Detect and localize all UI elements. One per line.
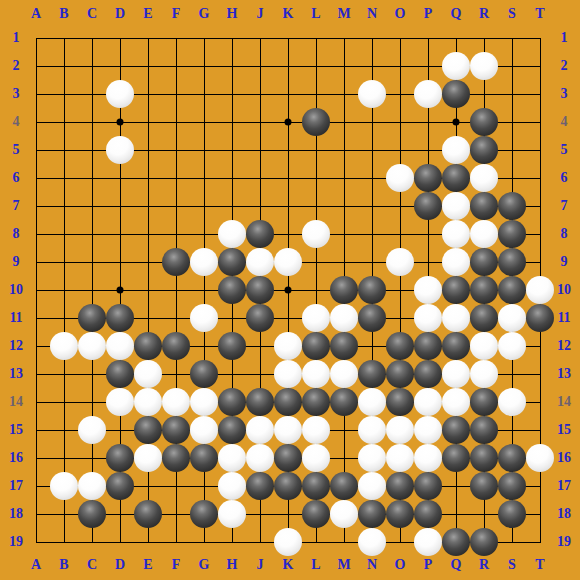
column-label-top: L [311, 6, 320, 22]
white-stone-f14 [162, 388, 190, 416]
black-stone-s9 [498, 248, 526, 276]
column-label-top: S [508, 6, 516, 22]
black-stone-l17 [302, 472, 330, 500]
row-label-right: 7 [561, 198, 568, 214]
row-label-right: 16 [557, 450, 571, 466]
white-stone-n14 [358, 388, 386, 416]
black-stone-f16 [162, 444, 190, 472]
black-stone-r4 [470, 108, 498, 136]
black-stone-f9 [162, 248, 190, 276]
row-label-right: 18 [557, 506, 571, 522]
column-label-top: P [424, 6, 433, 22]
black-stone-g13 [190, 360, 218, 388]
row-label-left: 5 [13, 142, 20, 158]
row-label-right: 10 [557, 282, 571, 298]
white-stone-o9 [386, 248, 414, 276]
black-stone-l14 [302, 388, 330, 416]
black-stone-r14 [470, 388, 498, 416]
black-stone-r15 [470, 416, 498, 444]
black-stone-k16 [274, 444, 302, 472]
row-label-right: 5 [561, 142, 568, 158]
star-point-k10 [285, 287, 292, 294]
black-stone-q6 [442, 164, 470, 192]
black-stone-m10 [330, 276, 358, 304]
column-label-top: K [283, 6, 294, 22]
black-stone-m12 [330, 332, 358, 360]
column-label-bottom: N [367, 557, 377, 573]
white-stone-l11 [302, 304, 330, 332]
white-stone-k9 [274, 248, 302, 276]
white-stone-d5 [106, 136, 134, 164]
row-label-right: 1 [561, 30, 568, 46]
column-label-bottom: G [199, 557, 210, 573]
column-label-top: R [479, 6, 489, 22]
black-stone-q15 [442, 416, 470, 444]
column-label-top: M [337, 6, 350, 22]
black-stone-o12 [386, 332, 414, 360]
white-stone-n15 [358, 416, 386, 444]
white-stone-p15 [414, 416, 442, 444]
black-stone-j8 [246, 220, 274, 248]
black-stone-r9 [470, 248, 498, 276]
white-stone-t16 [526, 444, 554, 472]
white-stone-q11 [442, 304, 470, 332]
black-stone-d13 [106, 360, 134, 388]
row-label-left: 7 [13, 198, 20, 214]
column-label-bottom: F [172, 557, 181, 573]
black-stone-n18 [358, 500, 386, 528]
column-label-bottom: C [87, 557, 97, 573]
column-label-top: G [199, 6, 210, 22]
white-stone-q9 [442, 248, 470, 276]
black-stone-p18 [414, 500, 442, 528]
white-stone-q5 [442, 136, 470, 164]
row-label-right: 15 [557, 422, 571, 438]
row-label-left: 9 [13, 254, 20, 270]
white-stone-n17 [358, 472, 386, 500]
column-label-bottom: Q [451, 557, 462, 573]
white-stone-s14 [498, 388, 526, 416]
white-stone-r6 [470, 164, 498, 192]
white-stone-j15 [246, 416, 274, 444]
black-stone-p7 [414, 192, 442, 220]
white-stone-e14 [134, 388, 162, 416]
black-stone-h12 [218, 332, 246, 360]
white-stone-e13 [134, 360, 162, 388]
row-label-left: 6 [13, 170, 20, 186]
star-point-q4 [453, 119, 460, 126]
column-label-bottom: R [479, 557, 489, 573]
row-label-right: 19 [557, 534, 571, 550]
row-label-left: 8 [13, 226, 20, 242]
white-stone-p16 [414, 444, 442, 472]
white-stone-p3 [414, 80, 442, 108]
black-stone-j11 [246, 304, 274, 332]
column-label-top: C [87, 6, 97, 22]
column-label-bottom: O [395, 557, 406, 573]
white-stone-k13 [274, 360, 302, 388]
column-label-top: D [115, 6, 125, 22]
white-stone-e16 [134, 444, 162, 472]
column-label-top: A [31, 6, 41, 22]
black-stone-p17 [414, 472, 442, 500]
white-stone-n19 [358, 528, 386, 556]
row-label-right: 17 [557, 478, 571, 494]
column-label-bottom: T [535, 557, 544, 573]
black-stone-p12 [414, 332, 442, 360]
column-label-top: Q [451, 6, 462, 22]
white-stone-p11 [414, 304, 442, 332]
white-stone-h17 [218, 472, 246, 500]
black-stone-q12 [442, 332, 470, 360]
black-stone-n11 [358, 304, 386, 332]
black-stone-p6 [414, 164, 442, 192]
black-stone-r10 [470, 276, 498, 304]
white-stone-c12 [78, 332, 106, 360]
black-stone-g16 [190, 444, 218, 472]
row-label-left: 1 [13, 30, 20, 46]
black-stone-s10 [498, 276, 526, 304]
white-stone-j9 [246, 248, 274, 276]
black-stone-c18 [78, 500, 106, 528]
row-label-left: 11 [9, 310, 22, 326]
black-stone-q19 [442, 528, 470, 556]
white-stone-l15 [302, 416, 330, 444]
black-stone-n13 [358, 360, 386, 388]
black-stone-c11 [78, 304, 106, 332]
black-stone-f12 [162, 332, 190, 360]
white-stone-l8 [302, 220, 330, 248]
black-stone-o17 [386, 472, 414, 500]
go-board: AABBCCDDEEFFGGHHJJKKLLMMNNOOPPQQRRSSTT11… [0, 0, 580, 580]
black-stone-l12 [302, 332, 330, 360]
row-label-right: 12 [557, 338, 571, 354]
row-label-left: 16 [9, 450, 23, 466]
black-stone-o13 [386, 360, 414, 388]
black-stone-t11 [526, 304, 554, 332]
star-point-k4 [285, 119, 292, 126]
white-stone-n3 [358, 80, 386, 108]
white-stone-j16 [246, 444, 274, 472]
black-stone-s16 [498, 444, 526, 472]
column-label-bottom: D [115, 557, 125, 573]
black-stone-q3 [442, 80, 470, 108]
black-stone-e15 [134, 416, 162, 444]
row-label-left: 18 [9, 506, 23, 522]
column-label-top: F [172, 6, 181, 22]
black-stone-o18 [386, 500, 414, 528]
black-stone-g18 [190, 500, 218, 528]
black-stone-k14 [274, 388, 302, 416]
column-label-bottom: J [257, 557, 264, 573]
white-stone-p10 [414, 276, 442, 304]
white-stone-g14 [190, 388, 218, 416]
white-stone-d3 [106, 80, 134, 108]
white-stone-l13 [302, 360, 330, 388]
row-label-left: 19 [9, 534, 23, 550]
black-stone-j10 [246, 276, 274, 304]
black-stone-s18 [498, 500, 526, 528]
row-label-right: 8 [561, 226, 568, 242]
black-stone-h14 [218, 388, 246, 416]
black-stone-e18 [134, 500, 162, 528]
white-stone-c17 [78, 472, 106, 500]
white-stone-p19 [414, 528, 442, 556]
row-label-right: 2 [561, 58, 568, 74]
white-stone-m11 [330, 304, 358, 332]
white-stone-d14 [106, 388, 134, 416]
row-label-right: 14 [557, 394, 571, 410]
row-label-left: 4 [13, 114, 20, 130]
row-label-left: 14 [9, 394, 23, 410]
column-label-top: B [59, 6, 68, 22]
row-label-right: 11 [557, 310, 570, 326]
row-label-right: 3 [561, 86, 568, 102]
white-stone-q2 [442, 52, 470, 80]
black-stone-n10 [358, 276, 386, 304]
white-stone-b17 [50, 472, 78, 500]
column-label-top: H [227, 6, 238, 22]
black-stone-l18 [302, 500, 330, 528]
white-stone-m18 [330, 500, 358, 528]
black-stone-s17 [498, 472, 526, 500]
black-stone-s8 [498, 220, 526, 248]
white-stone-o6 [386, 164, 414, 192]
white-stone-g9 [190, 248, 218, 276]
black-stone-j14 [246, 388, 274, 416]
column-label-top: O [395, 6, 406, 22]
white-stone-h8 [218, 220, 246, 248]
white-stone-p14 [414, 388, 442, 416]
white-stone-k12 [274, 332, 302, 360]
column-label-bottom: P [424, 557, 433, 573]
black-stone-j17 [246, 472, 274, 500]
column-label-bottom: S [508, 557, 516, 573]
column-label-top: N [367, 6, 377, 22]
white-stone-q13 [442, 360, 470, 388]
row-label-left: 12 [9, 338, 23, 354]
column-label-bottom: M [337, 557, 350, 573]
column-label-bottom: K [283, 557, 294, 573]
star-point-d10 [117, 287, 124, 294]
black-stone-d11 [106, 304, 134, 332]
black-stone-r19 [470, 528, 498, 556]
black-stone-p13 [414, 360, 442, 388]
black-stone-k17 [274, 472, 302, 500]
black-stone-m14 [330, 388, 358, 416]
white-stone-o15 [386, 416, 414, 444]
star-point-d4 [117, 119, 124, 126]
black-stone-h15 [218, 416, 246, 444]
white-stone-q8 [442, 220, 470, 248]
black-stone-s7 [498, 192, 526, 220]
white-stone-r12 [470, 332, 498, 360]
black-stone-q16 [442, 444, 470, 472]
row-label-left: 2 [13, 58, 20, 74]
column-label-bottom: B [59, 557, 68, 573]
row-label-left: 3 [13, 86, 20, 102]
black-stone-r17 [470, 472, 498, 500]
row-label-left: 13 [9, 366, 23, 382]
white-stone-l16 [302, 444, 330, 472]
black-stone-e12 [134, 332, 162, 360]
white-stone-d12 [106, 332, 134, 360]
black-stone-l4 [302, 108, 330, 136]
black-stone-r5 [470, 136, 498, 164]
black-stone-d16 [106, 444, 134, 472]
column-label-top: E [143, 6, 152, 22]
white-stone-n16 [358, 444, 386, 472]
black-stone-h9 [218, 248, 246, 276]
white-stone-q14 [442, 388, 470, 416]
row-label-right: 13 [557, 366, 571, 382]
row-label-right: 9 [561, 254, 568, 270]
black-stone-h10 [218, 276, 246, 304]
black-stone-m17 [330, 472, 358, 500]
column-label-bottom: E [143, 557, 152, 573]
row-label-left: 17 [9, 478, 23, 494]
white-stone-s11 [498, 304, 526, 332]
white-stone-k19 [274, 528, 302, 556]
white-stone-o16 [386, 444, 414, 472]
column-label-bottom: L [311, 557, 320, 573]
white-stone-g11 [190, 304, 218, 332]
column-label-top: T [535, 6, 544, 22]
black-stone-r16 [470, 444, 498, 472]
black-stone-q10 [442, 276, 470, 304]
row-label-left: 10 [9, 282, 23, 298]
black-stone-r7 [470, 192, 498, 220]
column-label-bottom: H [227, 557, 238, 573]
black-stone-d17 [106, 472, 134, 500]
white-stone-b12 [50, 332, 78, 360]
white-stone-c15 [78, 416, 106, 444]
white-stone-t10 [526, 276, 554, 304]
white-stone-q7 [442, 192, 470, 220]
column-label-top: J [257, 6, 264, 22]
row-label-left: 15 [9, 422, 23, 438]
white-stone-r2 [470, 52, 498, 80]
white-stone-s12 [498, 332, 526, 360]
white-stone-h16 [218, 444, 246, 472]
white-stone-r8 [470, 220, 498, 248]
white-stone-h18 [218, 500, 246, 528]
black-stone-r11 [470, 304, 498, 332]
row-label-right: 4 [561, 114, 568, 130]
white-stone-g15 [190, 416, 218, 444]
row-label-right: 6 [561, 170, 568, 186]
column-label-bottom: A [31, 557, 41, 573]
black-stone-f15 [162, 416, 190, 444]
white-stone-k15 [274, 416, 302, 444]
black-stone-o14 [386, 388, 414, 416]
white-stone-m13 [330, 360, 358, 388]
white-stone-r13 [470, 360, 498, 388]
